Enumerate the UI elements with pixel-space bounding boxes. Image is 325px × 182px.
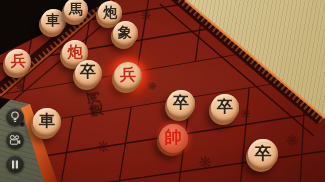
piece-character: 馬 (69, 2, 83, 16)
camera-view-button[interactable] (6, 131, 24, 149)
xiangqi-piece-red[interactable]: 兵 (5, 49, 31, 75)
piece-character: 卒 (173, 95, 189, 111)
xiangqi-piece-red[interactable]: 帥 (159, 124, 188, 153)
piece-character: 帥 (165, 129, 182, 146)
xiangqi-piece-black[interactable]: 車 (33, 108, 61, 136)
game-screen: ❋❋ ❋❋ ❋❋ ❋❋ ❋❋ ❋ 楚河 漢界 (0, 0, 325, 182)
piece-character: 炮 (103, 5, 117, 19)
xiangqi-piece-black[interactable]: 炮 (98, 1, 122, 25)
svg-text:❋: ❋ (198, 153, 211, 172)
piece-character: 兵 (120, 67, 136, 83)
xiangqi-piece-black[interactable]: 卒 (75, 60, 102, 87)
piece-character: 象 (118, 25, 132, 39)
piece-character: 車 (39, 113, 55, 129)
piece-character: 兵 (11, 54, 26, 69)
piece-character: 車 (46, 13, 60, 27)
pause-icon (11, 160, 19, 169)
xiangqi-piece-black[interactable]: 車 (41, 9, 66, 34)
hint-button[interactable] (6, 108, 24, 126)
piece-character: 卒 (255, 145, 272, 162)
camera-icon (9, 135, 21, 145)
piece-character: 卒 (217, 99, 233, 115)
svg-text:❋: ❋ (286, 132, 299, 150)
pause-button[interactable] (6, 155, 24, 173)
xiangqi-piece-black[interactable]: 象 (113, 21, 138, 46)
svg-text:❋: ❋ (240, 107, 250, 121)
piece-character: 炮 (68, 45, 83, 60)
svg-text:❋: ❋ (97, 138, 110, 156)
piece-character: 卒 (80, 64, 96, 80)
svg-text:❋: ❋ (147, 80, 156, 93)
xiangqi-piece-black[interactable]: 卒 (167, 90, 195, 118)
lightbulb-icon (10, 111, 20, 123)
xiangqi-piece-black[interactable]: 卒 (248, 139, 278, 169)
xiangqi-piece-black[interactable]: 卒 (211, 94, 239, 122)
xiangqi-piece-red[interactable]: 兵 (114, 62, 142, 90)
svg-text:❋: ❋ (141, 8, 152, 23)
hint-badge-dot (19, 121, 25, 127)
